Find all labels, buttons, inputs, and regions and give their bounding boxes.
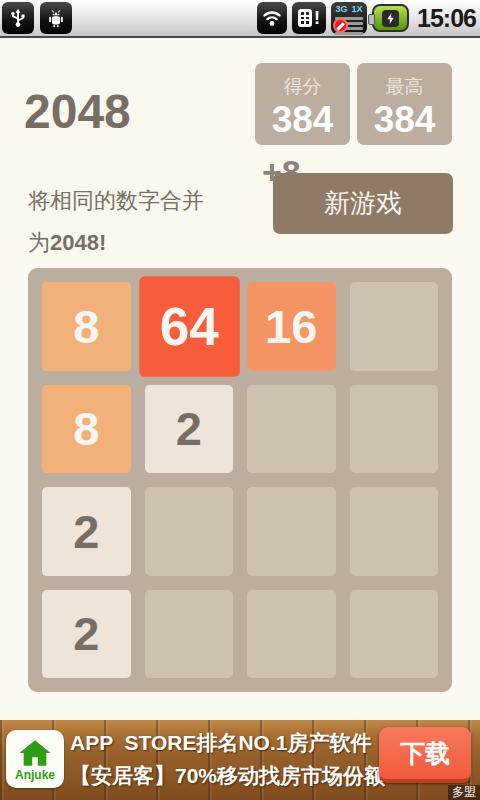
game-board[interactable]: 864168222	[28, 268, 452, 692]
tile-64: 64	[139, 276, 239, 376]
empty-cell	[350, 385, 439, 474]
empty-cell	[247, 590, 336, 679]
status-bar-right: ! 3G 1X 15:06	[257, 2, 476, 34]
sim-alert-icon: !	[292, 2, 326, 34]
empty-cell	[350, 282, 439, 371]
new-game-button[interactable]: 新游戏	[273, 173, 453, 234]
score-value: 384	[255, 100, 350, 140]
score-box: 得分 384	[255, 63, 350, 145]
clock: 15:06	[417, 4, 476, 33]
cell: 64	[145, 282, 234, 371]
tile-2: 2	[42, 487, 131, 576]
signal-3g1x-icon: 3G 1X	[331, 2, 367, 34]
cell: 16	[247, 282, 336, 371]
best-score-box: 最高 384	[357, 63, 452, 145]
tile-2: 2	[145, 385, 234, 474]
house-icon	[18, 738, 52, 768]
adb-debug-icon	[40, 2, 72, 34]
instructions-line2: 为2048!	[28, 222, 204, 264]
empty-cell	[145, 487, 234, 576]
empty-cell	[247, 487, 336, 576]
signal-3g-label: 3G	[336, 4, 348, 14]
usb-icon	[2, 2, 34, 34]
empty-cell	[247, 385, 336, 474]
screen: ! 3G 1X 15:06 2048 得分 38	[0, 0, 480, 800]
signal-1x-label: 1X	[352, 4, 363, 14]
cell: 2	[42, 487, 131, 576]
score-label: 得分	[255, 74, 350, 100]
empty-cell	[350, 487, 439, 576]
instructions-line1: 将相同的数字合并	[28, 180, 204, 222]
ad-network-watermark: 多盟	[448, 785, 480, 800]
cell: 8	[42, 385, 131, 474]
ad-line2: 【安居客】70%移动找房市场份额	[70, 759, 370, 792]
wifi-icon	[257, 2, 287, 34]
lightning-bolt-icon	[382, 10, 399, 27]
tile-2: 2	[42, 590, 131, 679]
tile-8: 8	[42, 385, 131, 474]
empty-cell	[350, 590, 439, 679]
ad-line1: APP STORE排名NO.1房产软件	[70, 726, 370, 759]
anjuke-logo: Anjuke	[6, 730, 64, 788]
download-button[interactable]: 下载	[379, 727, 471, 783]
battery-charging-icon	[372, 4, 409, 32]
status-bar[interactable]: ! 3G 1X 15:06	[0, 0, 480, 38]
page-title: 2048	[24, 84, 131, 139]
sim-alert-mark: !	[314, 8, 320, 29]
status-bar-left	[2, 2, 72, 34]
no-signal-icon	[333, 18, 348, 33]
best-score-label: 最高	[357, 74, 452, 100]
cell: 8	[42, 282, 131, 371]
anjuke-brand-label: Anjuke	[15, 769, 55, 781]
cell: 2	[145, 385, 234, 474]
ad-text: APP STORE排名NO.1房产软件 【安居客】70%移动找房市场份额	[70, 726, 370, 792]
instructions: 将相同的数字合并 为2048!	[28, 180, 204, 264]
sim-card-glyph	[298, 9, 312, 27]
tile-16: 16	[247, 282, 336, 371]
cell: 2	[42, 590, 131, 679]
empty-cell	[145, 590, 234, 679]
tile-8: 8	[42, 282, 131, 371]
best-score-value: 384	[357, 100, 452, 140]
ad-banner[interactable]: Anjuke APP STORE排名NO.1房产软件 【安居客】70%移动找房市…	[0, 720, 480, 800]
